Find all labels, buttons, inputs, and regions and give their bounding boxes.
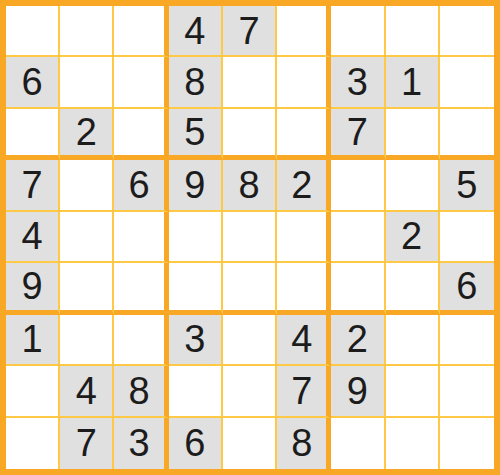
- cell-r5c3-empty[interactable]: [114, 212, 168, 263]
- cell-r2c6-empty[interactable]: [277, 57, 331, 108]
- cell-r2c9-empty[interactable]: [440, 57, 494, 108]
- cell-r5c7-empty[interactable]: [331, 212, 385, 263]
- cell-r6c7-empty[interactable]: [331, 263, 385, 314]
- cell-r1c5-given: 7: [223, 6, 277, 57]
- cell-r6c5-empty[interactable]: [223, 263, 277, 314]
- cell-r7c6-given: 4: [277, 315, 331, 366]
- cell-r5c6-empty[interactable]: [277, 212, 331, 263]
- cell-r1c6-empty[interactable]: [277, 6, 331, 57]
- cell-r4c6-given: 2: [277, 160, 331, 211]
- cell-r8c1-empty[interactable]: [6, 366, 60, 417]
- cell-r9c7-empty[interactable]: [331, 418, 385, 469]
- cell-r3c4-given: 5: [169, 109, 223, 160]
- cell-r7c7-given: 2: [331, 315, 385, 366]
- cell-r4c4-given: 9: [169, 160, 223, 211]
- cell-r9c9-empty[interactable]: [440, 418, 494, 469]
- cell-r2c4-given: 8: [169, 57, 223, 108]
- cell-r3c3-empty[interactable]: [114, 109, 168, 160]
- cell-r4c1-given: 7: [6, 160, 60, 211]
- cell-r5c8-given: 2: [386, 212, 440, 263]
- cell-r2c3-empty[interactable]: [114, 57, 168, 108]
- cell-r8c9-empty[interactable]: [440, 366, 494, 417]
- cell-r8c5-empty[interactable]: [223, 366, 277, 417]
- cell-r1c3-empty[interactable]: [114, 6, 168, 57]
- cell-r7c9-empty[interactable]: [440, 315, 494, 366]
- cell-r7c3-empty[interactable]: [114, 315, 168, 366]
- cell-r6c9-given: 6: [440, 263, 494, 314]
- cell-r9c4-given: 6: [169, 418, 223, 469]
- cell-r1c8-empty[interactable]: [386, 6, 440, 57]
- cell-r6c8-empty[interactable]: [386, 263, 440, 314]
- cell-r6c6-empty[interactable]: [277, 263, 331, 314]
- cell-r4c8-empty[interactable]: [386, 160, 440, 211]
- cell-r6c3-empty[interactable]: [114, 263, 168, 314]
- cell-r5c1-given: 4: [6, 212, 60, 263]
- cell-r5c9-empty[interactable]: [440, 212, 494, 263]
- cell-r5c2-empty[interactable]: [60, 212, 114, 263]
- cell-r1c1-empty[interactable]: [6, 6, 60, 57]
- cell-r2c2-empty[interactable]: [60, 57, 114, 108]
- cell-r4c5-given: 8: [223, 160, 277, 211]
- cell-r6c4-empty[interactable]: [169, 263, 223, 314]
- cell-r2c8-given: 1: [386, 57, 440, 108]
- cell-r3c6-empty[interactable]: [277, 109, 331, 160]
- cell-r3c5-empty[interactable]: [223, 109, 277, 160]
- cell-r8c8-empty[interactable]: [386, 366, 440, 417]
- cell-r6c1-given: 9: [6, 263, 60, 314]
- cell-r3c8-empty[interactable]: [386, 109, 440, 160]
- cell-r3c7-given: 7: [331, 109, 385, 160]
- cell-r5c5-empty[interactable]: [223, 212, 277, 263]
- cell-r1c7-empty[interactable]: [331, 6, 385, 57]
- cell-r3c1-empty[interactable]: [6, 109, 60, 160]
- cell-r1c4-given: 4: [169, 6, 223, 57]
- cell-r6c2-empty[interactable]: [60, 263, 114, 314]
- cell-r9c1-empty[interactable]: [6, 418, 60, 469]
- cell-r8c7-given: 9: [331, 366, 385, 417]
- cell-r7c8-empty[interactable]: [386, 315, 440, 366]
- cell-r9c2-given: 7: [60, 418, 114, 469]
- cell-r4c3-given: 6: [114, 160, 168, 211]
- cell-r9c5-empty[interactable]: [223, 418, 277, 469]
- cell-r2c7-given: 3: [331, 57, 385, 108]
- cell-r2c5-empty[interactable]: [223, 57, 277, 108]
- cell-r4c7-empty[interactable]: [331, 160, 385, 211]
- sudoku-app: 4768312577698254296134248797368: [0, 0, 500, 475]
- cell-r7c4-given: 3: [169, 315, 223, 366]
- cell-r3c2-given: 2: [60, 109, 114, 160]
- cell-r1c2-empty[interactable]: [60, 6, 114, 57]
- cell-r2c1-given: 6: [6, 57, 60, 108]
- cell-r4c2-empty[interactable]: [60, 160, 114, 211]
- cell-r5c4-empty[interactable]: [169, 212, 223, 263]
- cell-r7c2-empty[interactable]: [60, 315, 114, 366]
- cell-r7c1-given: 1: [6, 315, 60, 366]
- sudoku-board: 4768312577698254296134248797368: [0, 0, 500, 475]
- cell-r8c2-given: 4: [60, 366, 114, 417]
- cell-r7c5-empty[interactable]: [223, 315, 277, 366]
- cell-r8c3-given: 8: [114, 366, 168, 417]
- cell-r3c9-empty[interactable]: [440, 109, 494, 160]
- cell-r8c6-given: 7: [277, 366, 331, 417]
- cell-r1c9-empty[interactable]: [440, 6, 494, 57]
- cell-r9c3-given: 3: [114, 418, 168, 469]
- cell-r9c6-given: 8: [277, 418, 331, 469]
- cell-r4c9-given: 5: [440, 160, 494, 211]
- cell-r8c4-empty[interactable]: [169, 366, 223, 417]
- cell-r9c8-empty[interactable]: [386, 418, 440, 469]
